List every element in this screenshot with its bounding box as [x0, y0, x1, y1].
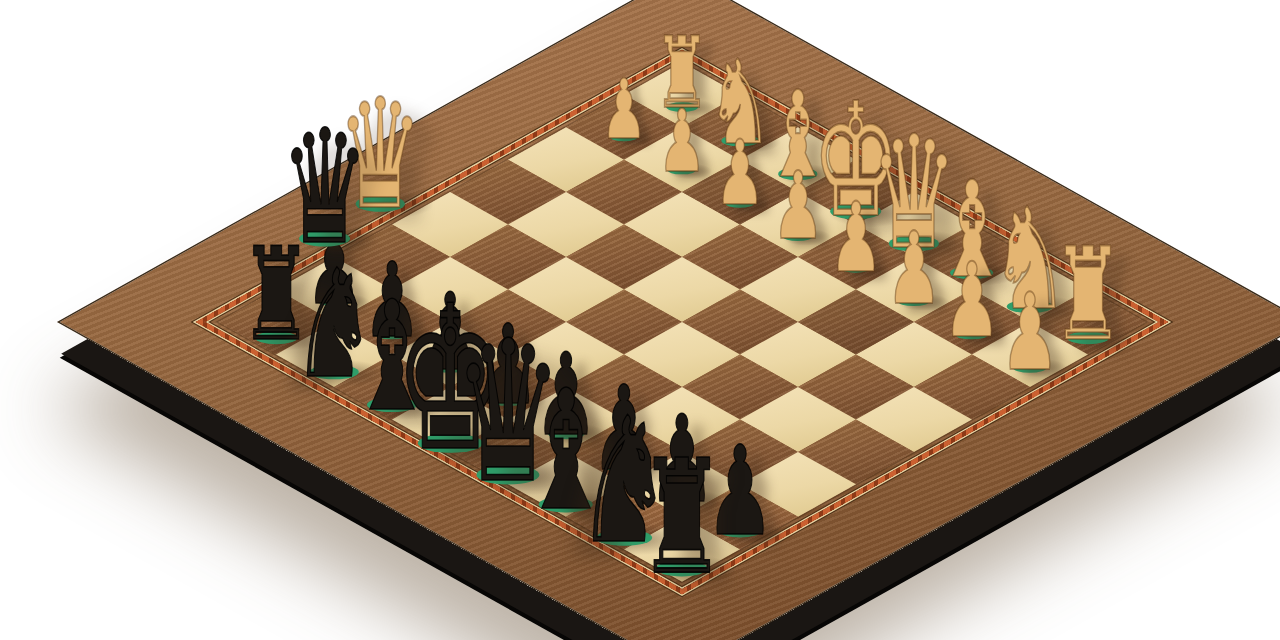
white-pawn-icon: ♟ [715, 129, 765, 219]
black-queen-icon: ♛ [281, 109, 369, 267]
white-pawn-d2[interactable]: ♟ [829, 190, 883, 286]
white-pawn-a2[interactable]: ♟ [1000, 280, 1060, 387]
black-rook-a8[interactable]: ♜ [638, 439, 726, 597]
chess-board: ♜♞♝♛♚♝♞♜♟♟♟♟♟♟♟♟♟♟♟♟♟♟♟♟♜♞♝♛♚♝♞♜ ♛♛ [57, 0, 1280, 640]
white-rook-icon: ♜ [1052, 232, 1124, 360]
white-pawn-b2[interactable]: ♟ [943, 250, 1001, 353]
white-pawn-e2[interactable]: ♟ [772, 159, 824, 252]
white-pawn-icon: ♟ [1000, 280, 1060, 387]
white-pawn-icon: ♟ [886, 220, 942, 320]
white-pawn-g2[interactable]: ♟ [658, 99, 706, 185]
white-rook-a1[interactable]: ♜ [1052, 232, 1124, 360]
product-photo-scene: ♜♞♝♛♚♝♞♜♟♟♟♟♟♟♟♟♟♟♟♟♟♟♟♟♜♞♝♛♚♝♞♜ ♛♛ [0, 0, 1280, 640]
white-pawn-h2[interactable]: ♟ [601, 69, 647, 152]
white-pawn-icon: ♟ [943, 250, 1001, 353]
black-rook-icon: ♜ [638, 439, 726, 597]
white-pawn-icon: ♟ [658, 99, 706, 185]
white-pawn-c2[interactable]: ♟ [886, 220, 942, 320]
extra-black-queen-on-frame[interactable]: ♛ [281, 109, 369, 267]
white-pawn-icon: ♟ [772, 159, 824, 252]
white-pawn-icon: ♟ [829, 190, 883, 286]
white-pawn-icon: ♟ [601, 69, 647, 152]
white-pawn-f2[interactable]: ♟ [715, 129, 765, 219]
